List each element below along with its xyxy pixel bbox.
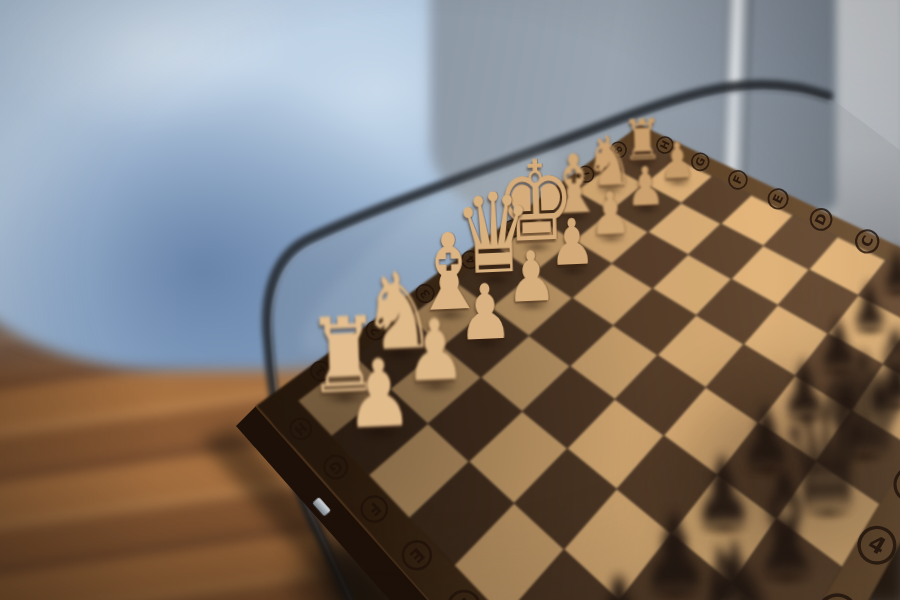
white-pawn-a2: ♟	[344, 346, 414, 443]
pieces-layer: ♜♟♞♟♝♟♚♟♛♟♟♝♜♟♟♞♞♟♟♜♝♟♟♚♟♛♟♝♟♞♟	[0, 0, 900, 600]
white-pawn-g2: ♟	[626, 159, 666, 214]
white-pawn-h2: ♟	[660, 136, 697, 187]
white-pawn-b2: ♟	[404, 308, 467, 395]
photo-chess-scene: HGFEDCBAHGFEDCBA1234567812345678 ♜♟♞♟♝♟♚…	[0, 0, 900, 600]
white-pawn-c2: ♟	[457, 273, 514, 352]
white-pawn-d2: ♟	[505, 241, 557, 313]
black-knight-b8: ♞	[686, 522, 791, 600]
white-pawn-f2: ♟	[589, 184, 632, 244]
black-pawn-a7: ♟	[576, 563, 662, 600]
white-pawn-e2: ♟	[549, 211, 596, 276]
